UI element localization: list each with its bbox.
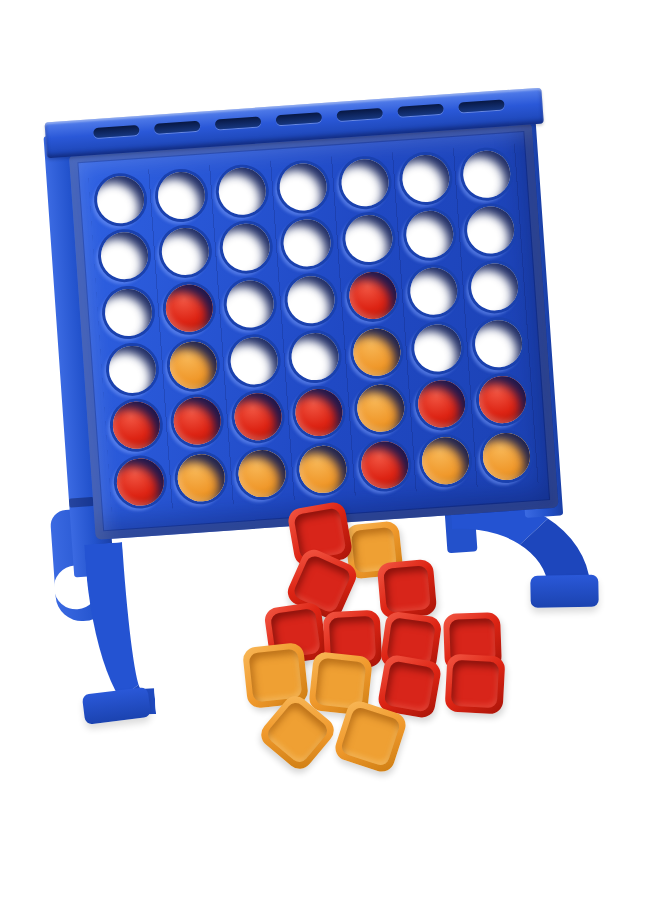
product-photo-stage bbox=[0, 0, 660, 904]
chip-face bbox=[339, 705, 401, 767]
chip-face bbox=[383, 660, 435, 712]
loose-chips bbox=[0, 0, 660, 904]
chip-face bbox=[451, 660, 499, 708]
loose-chip-red-12 bbox=[445, 654, 506, 715]
chip-face bbox=[248, 648, 302, 702]
loose-chip-red-4 bbox=[377, 559, 438, 620]
chip-face bbox=[383, 565, 431, 613]
